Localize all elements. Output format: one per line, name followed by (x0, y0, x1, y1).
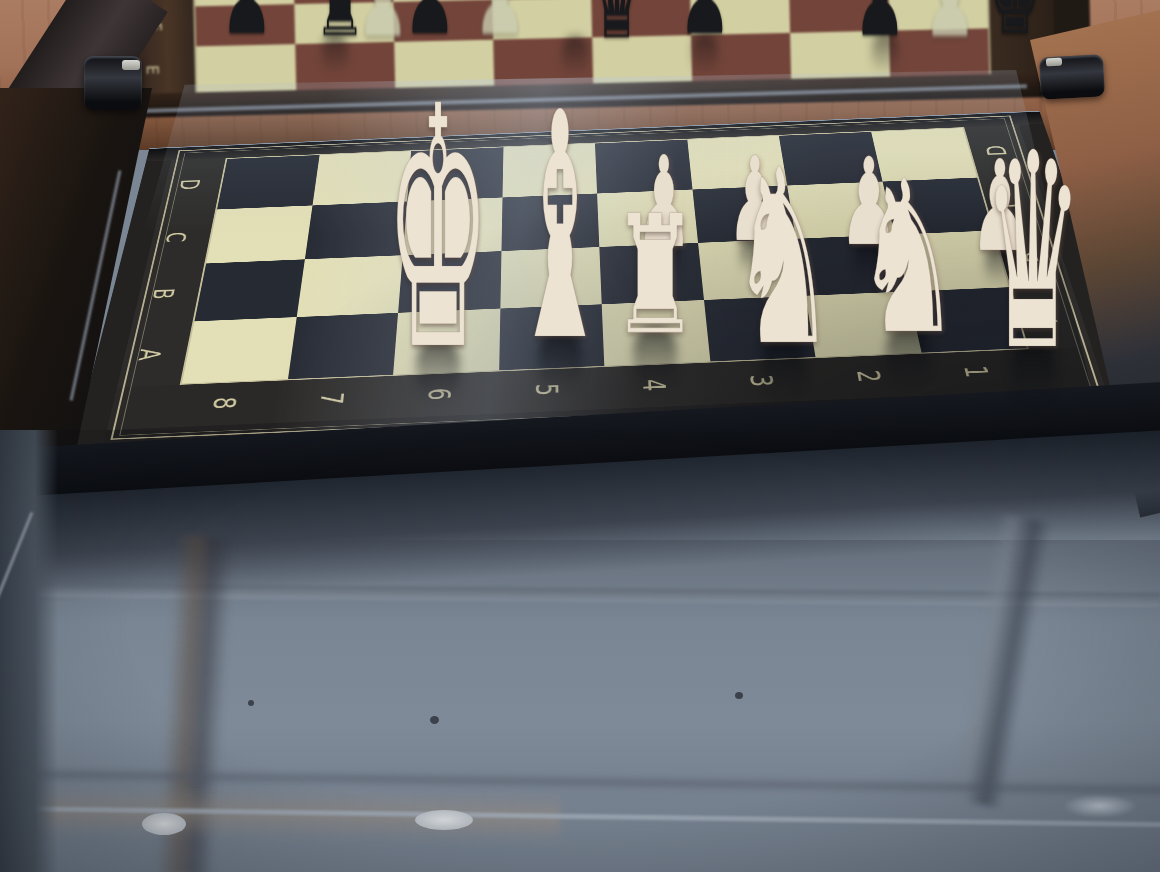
tray-paint-chip (142, 813, 186, 835)
left-hinge-cap (122, 60, 140, 70)
right-hinge-cap (1046, 58, 1062, 67)
tray-speck (430, 716, 439, 724)
white-rook-a4: ♜ (611, 194, 698, 358)
tray-paint-chip-2 (415, 810, 473, 830)
tray-left-wall (0, 430, 58, 872)
white-knight-a2: ♞ (855, 153, 961, 364)
tray-speck-2 (735, 692, 743, 699)
white-queen-a1: ♛ (983, 118, 1083, 388)
tray-speck-3 (248, 700, 254, 706)
white-bishop-a5: ♝ (511, 72, 608, 384)
white-knight-a3: ♞ (730, 137, 836, 379)
photo-folding-chess-set: F E E D C B A D C B A (0, 0, 1160, 872)
tray-groove-highlight (1062, 794, 1138, 818)
white-king-a6: ♚ (386, 64, 490, 397)
